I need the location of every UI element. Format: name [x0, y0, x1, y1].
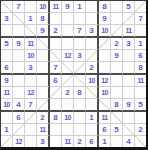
cell-r7c4[interactable] — [37, 75, 50, 87]
cell-r6c12[interactable]: 8 — [135, 62, 146, 75]
cell-r2c8[interactable] — [86, 13, 99, 25]
cell-r2c9[interactable]: 9 — [99, 13, 111, 25]
given-digit: 6 — [89, 138, 93, 146]
cell-r4c3[interactable]: 11 — [25, 38, 37, 50]
given-digit: 3 — [28, 64, 32, 72]
given-digit: 5 — [114, 126, 118, 134]
cell-r3c11[interactable]: 11 — [123, 25, 135, 38]
given-digit: 9 — [102, 15, 106, 23]
cell-r9c8[interactable] — [86, 99, 99, 112]
cell-r2c5[interactable] — [50, 13, 62, 25]
cell-r12c4[interactable]: 3 — [37, 136, 50, 147]
cell-r11c10[interactable]: 5 — [111, 124, 123, 136]
given-digit: 6 — [138, 52, 142, 60]
cell-r9c12[interactable]: 5 — [135, 99, 146, 112]
cell-r11c3[interactable] — [25, 124, 37, 136]
cell-r9c10[interactable]: 8 — [111, 99, 123, 112]
cell-r2c6[interactable] — [62, 13, 74, 25]
cell-r12c6[interactable]: 11 — [62, 136, 74, 147]
cell-r3c12[interactable] — [135, 25, 146, 38]
given-digit: 12 — [101, 77, 108, 84]
given-digit: 9 — [126, 101, 130, 109]
cell-r10c6[interactable]: 10 — [62, 112, 74, 124]
given-digit: 1 — [4, 126, 8, 134]
cell-r7c1[interactable]: 9 — [1, 75, 13, 87]
cell-r11c5[interactable] — [50, 124, 62, 136]
cell-r3c4[interactable]: 9 — [37, 25, 50, 38]
cell-r6c11[interactable] — [123, 62, 135, 75]
cell-r4c1[interactable]: 5 — [1, 38, 13, 50]
given-digit: 8 — [138, 64, 142, 72]
cell-r3c1[interactable] — [1, 25, 13, 38]
cell-r12c10[interactable] — [111, 136, 123, 147]
cell-r9c6[interactable] — [62, 99, 74, 112]
cell-r3c8[interactable]: 3 — [86, 25, 99, 38]
cell-r6c1[interactable]: 6 — [1, 62, 13, 75]
given-digit: 10 — [101, 27, 108, 34]
given-digit: 8 — [53, 114, 57, 122]
cell-r11c4[interactable]: 11 — [37, 124, 50, 136]
given-digit: 9 — [4, 77, 8, 85]
cell-r8c4[interactable] — [37, 87, 50, 99]
cell-r10c12[interactable] — [135, 112, 146, 124]
cell-r10c2[interactable]: 6 — [13, 112, 25, 124]
given-digit: 2 — [65, 89, 69, 97]
given-digit: 11 — [101, 114, 107, 121]
cell-r12c7[interactable]: 2 — [74, 136, 86, 147]
cell-r7c5[interactable]: 6 — [50, 75, 62, 87]
cell-r4c10[interactable]: 2 — [111, 38, 123, 50]
cell-r11c1[interactable]: 1 — [1, 124, 13, 136]
cell-r4c11[interactable]: 3 — [123, 38, 135, 50]
given-digit: 1 — [28, 15, 32, 23]
cell-r6c9[interactable] — [99, 62, 111, 75]
given-digit: 10 — [39, 3, 46, 10]
cell-r9c4[interactable] — [37, 99, 50, 112]
cell-r1c2[interactable]: 7 — [13, 1, 25, 13]
cell-r8c5[interactable] — [50, 87, 62, 99]
given-digit: 10 — [101, 89, 108, 96]
cell-r6c8[interactable]: 2 — [86, 62, 99, 75]
cell-r5c3[interactable]: 10 — [25, 50, 37, 62]
cell-r5c5[interactable] — [50, 50, 62, 62]
cell-r5c6[interactable]: 12 — [62, 50, 74, 62]
given-digit: 9 — [114, 52, 118, 60]
given-digit: 3 — [77, 52, 81, 60]
cell-r11c6[interactable] — [62, 124, 74, 136]
cell-r11c7[interactable] — [74, 124, 86, 136]
cell-r12c11[interactable]: 4 — [123, 136, 135, 147]
cell-r2c4[interactable]: 8 — [37, 13, 50, 25]
cell-r6c2[interactable] — [13, 62, 25, 75]
given-digit: 7 — [28, 101, 32, 109]
cell-r1c3[interactable] — [25, 1, 37, 13]
cell-r6c5[interactable]: 7 — [50, 62, 62, 75]
given-digit: 8 — [40, 15, 44, 23]
given-digit: 10 — [27, 52, 34, 59]
cell-r1c10[interactable] — [111, 1, 123, 13]
cell-r7c11[interactable] — [123, 75, 135, 87]
given-digit: 3 — [40, 138, 44, 146]
given-digit: 9 — [16, 40, 20, 48]
cell-r8c11[interactable] — [123, 87, 135, 99]
cell-r4c8[interactable] — [86, 38, 99, 50]
cell-r12c5[interactable] — [50, 136, 62, 147]
given-digit: 12 — [27, 89, 34, 96]
given-digit: 5 — [4, 40, 8, 48]
given-digit: 2 — [77, 138, 81, 146]
cell-r3c2[interactable] — [13, 25, 25, 38]
cell-r1c1[interactable] — [1, 1, 13, 13]
cell-r6c7[interactable] — [74, 62, 86, 75]
cell-r12c12[interactable] — [135, 136, 146, 147]
given-digit: 1 — [89, 114, 93, 122]
cell-r8c9[interactable]: 10 — [99, 87, 111, 99]
cell-r7c7[interactable] — [74, 75, 86, 87]
cell-r3c10[interactable] — [111, 25, 123, 38]
given-digit: 9 — [40, 27, 44, 35]
cell-r7c8[interactable]: 10 — [86, 75, 99, 87]
cell-r3c9[interactable]: 10 — [99, 25, 111, 38]
cell-r12c9[interactable]: 1 — [99, 136, 111, 147]
given-digit: 10 — [64, 114, 71, 121]
cell-r5c2[interactable] — [13, 50, 25, 62]
given-digit: 8 — [114, 101, 118, 109]
given-digit: 8 — [77, 89, 81, 97]
given-digit: 2 — [114, 40, 118, 48]
given-digit: 12 — [15, 138, 22, 145]
cell-r9c11[interactable]: 9 — [123, 99, 135, 112]
cell-r7c10[interactable] — [111, 75, 123, 87]
cell-r11c2[interactable] — [13, 124, 25, 136]
given-digit: 4 — [16, 101, 20, 109]
given-digit: 5 — [126, 3, 130, 11]
cell-r7c2[interactable] — [13, 75, 25, 87]
cell-r10c11[interactable] — [123, 112, 135, 124]
cell-r1c7[interactable]: 1 — [74, 1, 86, 13]
given-digit: 7 — [77, 27, 81, 35]
cell-r1c5[interactable]: 11 — [50, 1, 62, 13]
cell-r2c2[interactable] — [13, 13, 25, 25]
given-digit: 8 — [102, 3, 106, 11]
given-digit: 10 — [88, 77, 95, 84]
given-digit: 7 — [138, 15, 142, 23]
cell-r6c10[interactable] — [111, 62, 123, 75]
given-digit: 3 — [89, 27, 93, 35]
cell-r6c4[interactable] — [37, 62, 50, 75]
given-digit: 11 — [52, 3, 58, 10]
given-digit: 11 — [64, 138, 70, 145]
cell-r4c12[interactable]: 1 — [135, 38, 146, 50]
given-digit: 9 — [65, 3, 69, 11]
given-digit: 6 — [102, 126, 106, 134]
cell-r11c11[interactable] — [123, 124, 135, 136]
cell-r8c8[interactable] — [86, 87, 99, 99]
cell-r8c7[interactable]: 8 — [74, 87, 86, 99]
cell-r2c10[interactable] — [111, 13, 123, 25]
given-digit: 1 — [77, 3, 81, 11]
cell-r2c1[interactable]: 3 — [1, 13, 13, 25]
cell-r6c6[interactable] — [62, 62, 74, 75]
given-digit: 1 — [102, 138, 106, 146]
given-digit: 10 — [3, 101, 10, 108]
given-digit: 11 — [125, 27, 131, 34]
cell-r11c9[interactable]: 6 — [99, 124, 111, 136]
cell-r9c7[interactable] — [74, 99, 86, 112]
cell-r6c3[interactable]: 3 — [25, 62, 37, 75]
cell-r4c5[interactable] — [50, 38, 62, 50]
given-digit: 2 — [53, 27, 57, 35]
cell-r12c2[interactable]: 12 — [13, 136, 25, 147]
cell-r4c2[interactable]: 9 — [13, 38, 25, 50]
cell-r10c10[interactable] — [111, 112, 123, 124]
given-digit: 3 — [4, 15, 8, 23]
given-digit: 6 — [53, 77, 57, 85]
given-digit: 7 — [16, 3, 20, 11]
cell-r10c9[interactable]: 11 — [99, 112, 111, 124]
cell-r5c8[interactable] — [86, 50, 99, 62]
given-digit: 1 — [138, 40, 142, 48]
cell-r7c9[interactable]: 12 — [99, 75, 111, 87]
cell-r9c3[interactable]: 7 — [25, 99, 37, 112]
cell-r10c7[interactable] — [74, 112, 86, 124]
given-digit: 11 — [39, 126, 45, 133]
cell-r5c10[interactable]: 9 — [111, 50, 123, 62]
cell-r3c7[interactable]: 7 — [74, 25, 86, 38]
given-digit: 2 — [89, 64, 93, 72]
cell-r9c1[interactable]: 10 — [1, 99, 13, 112]
cell-r11c8[interactable] — [86, 124, 99, 136]
cell-r5c1[interactable] — [1, 50, 13, 62]
cell-r11c12[interactable]: 2 — [135, 124, 146, 136]
cell-r8c6[interactable]: 2 — [62, 87, 74, 99]
given-digit: 11 — [27, 40, 33, 47]
cell-r1c12[interactable] — [135, 1, 146, 13]
given-digit: 2 — [40, 114, 44, 122]
cell-r8c12[interactable] — [135, 87, 146, 99]
cell-r5c11[interactable] — [123, 50, 135, 62]
cell-r4c7[interactable] — [74, 38, 86, 50]
cell-r2c3[interactable]: 1 — [25, 13, 37, 25]
given-digit: 4 — [126, 138, 130, 146]
cell-r1c4[interactable]: 10 — [37, 1, 50, 13]
given-digit: 6 — [16, 114, 20, 122]
given-digit: 6 — [4, 64, 8, 72]
cell-r1c11[interactable]: 5 — [123, 1, 135, 13]
cell-r9c5[interactable] — [50, 99, 62, 112]
given-digit: 3 — [126, 40, 130, 48]
cell-r9c9[interactable] — [99, 99, 111, 112]
cell-r7c3[interactable] — [25, 75, 37, 87]
cell-r10c8[interactable]: 1 — [86, 112, 99, 124]
cell-r2c11[interactable] — [123, 13, 135, 25]
cell-r12c1[interactable] — [1, 136, 13, 147]
cell-r7c6[interactable] — [62, 75, 74, 87]
sudoku-board: 7101191853189792731011591123110123966372… — [0, 0, 148, 150]
cell-r12c8[interactable]: 6 — [86, 136, 99, 147]
cell-r8c1[interactable]: 11 — [1, 87, 13, 99]
cell-r8c10[interactable] — [111, 87, 123, 99]
given-digit: 2 — [138, 126, 142, 134]
cell-r4c6[interactable] — [62, 38, 74, 50]
cell-r1c9[interactable]: 8 — [99, 1, 111, 13]
cell-r9c2[interactable]: 4 — [13, 99, 25, 112]
cell-r4c9[interactable] — [99, 38, 111, 50]
cell-r10c4[interactable]: 2 — [37, 112, 50, 124]
cell-r10c5[interactable]: 8 — [50, 112, 62, 124]
cell-r1c6[interactable]: 9 — [62, 1, 74, 13]
cell-r5c7[interactable]: 3 — [74, 50, 86, 62]
cell-r5c4[interactable] — [37, 50, 50, 62]
cell-r5c12[interactable]: 6 — [135, 50, 146, 62]
cell-r3c6[interactable] — [62, 25, 74, 38]
given-digit: 11 — [3, 89, 9, 96]
given-digit: 11 — [137, 77, 143, 84]
cell-r10c3[interactable] — [25, 112, 37, 124]
cell-r3c5[interactable]: 2 — [50, 25, 62, 38]
cell-r2c7[interactable] — [74, 13, 86, 25]
cell-r8c3[interactable]: 12 — [25, 87, 37, 99]
cell-r4c4[interactable] — [37, 38, 50, 50]
cell-r2c12[interactable]: 7 — [135, 13, 146, 25]
cell-r12c3[interactable] — [25, 136, 37, 147]
cell-r10c1[interactable] — [1, 112, 13, 124]
cell-r7c12[interactable]: 11 — [135, 75, 146, 87]
given-digit: 12 — [64, 52, 71, 59]
cell-r1c8[interactable] — [86, 1, 99, 13]
cell-r8c2[interactable] — [13, 87, 25, 99]
cell-r5c9[interactable] — [99, 50, 111, 62]
given-digit: 7 — [53, 64, 57, 72]
cell-r3c3[interactable] — [25, 25, 37, 38]
given-digit: 5 — [138, 101, 142, 109]
